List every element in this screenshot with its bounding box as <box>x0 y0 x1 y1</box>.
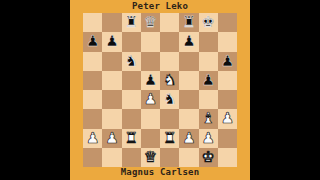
square-h8 <box>218 13 237 32</box>
square-b3 <box>102 109 121 128</box>
square-b6 <box>102 52 121 71</box>
player-name-bottom: Magnus Carlsen <box>70 166 250 180</box>
player-name-top: Peter Leko <box>70 0 250 13</box>
square-b8 <box>102 13 121 32</box>
square-d3 <box>141 109 160 128</box>
piece-black-pawn: ♟ <box>221 53 234 68</box>
piece-black-knight: ♞ <box>163 92 176 107</box>
square-b1 <box>102 148 121 167</box>
piece-white-bishop: ♝ <box>201 111 214 126</box>
square-d7 <box>141 32 160 51</box>
chess-board: ♜♛♜♚♟♟♟♞♟♟♞♟♟♞♝♟♟♟♜♜♟♟♛♚ <box>83 13 237 167</box>
piece-white-rook: ♜ <box>124 130 137 145</box>
square-f4 <box>179 90 198 109</box>
piece-black-rook: ♜ <box>182 15 195 30</box>
square-a1 <box>83 148 102 167</box>
piece-black-king: ♚ <box>201 15 214 30</box>
square-f5 <box>179 71 198 90</box>
square-h2 <box>218 129 237 148</box>
square-g7 <box>199 32 218 51</box>
square-a4 <box>83 90 102 109</box>
square-a3 <box>83 109 102 128</box>
square-a6 <box>83 52 102 71</box>
piece-black-pawn: ♟ <box>86 34 99 49</box>
square-c6: ♞ <box>122 52 141 71</box>
piece-white-pawn: ♟ <box>144 92 157 107</box>
square-d1: ♛ <box>141 148 160 167</box>
piece-black-queen: ♛ <box>144 15 157 30</box>
square-f3 <box>179 109 198 128</box>
square-d4: ♟ <box>141 90 160 109</box>
square-e3 <box>160 109 179 128</box>
letterbox-left <box>0 0 70 180</box>
piece-black-pawn: ♟ <box>105 34 118 49</box>
piece-white-pawn: ♟ <box>105 130 118 145</box>
square-d8: ♛ <box>141 13 160 32</box>
piece-black-pawn: ♟ <box>182 34 195 49</box>
letterbox-right <box>250 0 320 180</box>
square-d5: ♟ <box>141 71 160 90</box>
piece-white-rook: ♜ <box>163 130 176 145</box>
square-b2: ♟ <box>102 129 121 148</box>
piece-white-king: ♚ <box>201 149 214 164</box>
square-e5: ♞ <box>160 71 179 90</box>
square-h3: ♟ <box>218 109 237 128</box>
video-frame: Peter Leko ♜♛♜♚♟♟♟♞♟♟♞♟♟♞♝♟♟♟♜♜♟♟♛♚ Magn… <box>0 0 320 180</box>
square-g8: ♚ <box>199 13 218 32</box>
square-f1 <box>179 148 198 167</box>
square-c7 <box>122 32 141 51</box>
square-e4: ♞ <box>160 90 179 109</box>
square-d2 <box>141 129 160 148</box>
square-g5: ♟ <box>199 71 218 90</box>
square-b4 <box>102 90 121 109</box>
square-c5 <box>122 71 141 90</box>
square-h7 <box>218 32 237 51</box>
square-e1 <box>160 148 179 167</box>
square-e6 <box>160 52 179 71</box>
square-g3: ♝ <box>199 109 218 128</box>
content-area: Peter Leko ♜♛♜♚♟♟♟♞♟♟♞♟♟♞♝♟♟♟♜♜♟♟♛♚ Magn… <box>70 0 250 180</box>
piece-white-knight: ♞ <box>163 72 176 87</box>
square-e8 <box>160 13 179 32</box>
square-c4 <box>122 90 141 109</box>
piece-black-pawn: ♟ <box>201 72 214 87</box>
square-f2: ♟ <box>179 129 198 148</box>
piece-black-rook: ♜ <box>124 15 137 30</box>
square-g4 <box>199 90 218 109</box>
square-b7: ♟ <box>102 32 121 51</box>
square-b5 <box>102 71 121 90</box>
piece-white-pawn: ♟ <box>86 130 99 145</box>
square-c8: ♜ <box>122 13 141 32</box>
piece-black-knight: ♞ <box>124 53 137 68</box>
square-d6 <box>141 52 160 71</box>
piece-white-pawn: ♟ <box>182 130 195 145</box>
square-f6 <box>179 52 198 71</box>
piece-black-pawn: ♟ <box>144 72 157 87</box>
square-e2: ♜ <box>160 129 179 148</box>
square-h1 <box>218 148 237 167</box>
square-h6: ♟ <box>218 52 237 71</box>
square-c1 <box>122 148 141 167</box>
piece-white-pawn: ♟ <box>201 130 214 145</box>
square-c2: ♜ <box>122 129 141 148</box>
piece-white-queen: ♛ <box>144 149 157 164</box>
square-f8: ♜ <box>179 13 198 32</box>
square-a7: ♟ <box>83 32 102 51</box>
square-a5 <box>83 71 102 90</box>
square-f7: ♟ <box>179 32 198 51</box>
square-g6 <box>199 52 218 71</box>
square-h5 <box>218 71 237 90</box>
square-c3 <box>122 109 141 128</box>
piece-white-pawn: ♟ <box>221 111 234 126</box>
square-g2: ♟ <box>199 129 218 148</box>
square-e7 <box>160 32 179 51</box>
square-h4 <box>218 90 237 109</box>
square-a8 <box>83 13 102 32</box>
square-a2: ♟ <box>83 129 102 148</box>
square-g1: ♚ <box>199 148 218 167</box>
